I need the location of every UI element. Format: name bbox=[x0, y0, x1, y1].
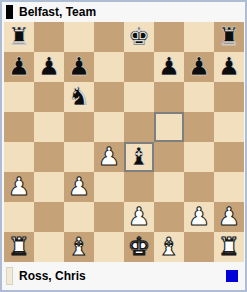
square-c1[interactable]: ♝ bbox=[64, 232, 94, 262]
square-g8[interactable] bbox=[184, 22, 214, 52]
top-player-name: Belfast, Team bbox=[19, 5, 96, 19]
square-a2[interactable] bbox=[4, 202, 34, 232]
white-pawn-e2[interactable]: ♟ bbox=[128, 202, 150, 232]
square-h4[interactable] bbox=[214, 142, 244, 172]
chess-game-window: Belfast, Team ♜♚♜♟♟♟♟♟♟♞♟♝♟♟♟♟♟♜♝♚♝♜ Ros… bbox=[0, 0, 247, 292]
black-pawn-c7[interactable]: ♟ bbox=[68, 52, 90, 82]
black-pawn-b7[interactable]: ♟ bbox=[38, 52, 60, 82]
square-f2[interactable] bbox=[154, 202, 184, 232]
square-c8[interactable] bbox=[64, 22, 94, 52]
black-pawn-g7[interactable]: ♟ bbox=[188, 52, 210, 82]
square-e6[interactable] bbox=[124, 82, 154, 112]
square-a6[interactable] bbox=[4, 82, 34, 112]
square-g5[interactable] bbox=[184, 112, 214, 142]
white-pawn-g2[interactable]: ♟ bbox=[188, 202, 210, 232]
white-bishop-c1[interactable]: ♝ bbox=[68, 232, 90, 262]
to-move-indicator bbox=[226, 270, 238, 282]
white-rook-a1[interactable]: ♜ bbox=[8, 232, 30, 262]
square-e5[interactable] bbox=[124, 112, 154, 142]
square-a3[interactable]: ♟ bbox=[4, 172, 34, 202]
white-bishop-f1[interactable]: ♝ bbox=[158, 232, 180, 262]
square-f5[interactable] bbox=[154, 112, 184, 142]
square-e7[interactable] bbox=[124, 52, 154, 82]
white-rook-h1[interactable]: ♜ bbox=[218, 232, 240, 262]
white-pawn-h2[interactable]: ♟ bbox=[218, 202, 240, 232]
white-color-chip bbox=[6, 267, 13, 285]
square-h3[interactable] bbox=[214, 172, 244, 202]
square-h5[interactable] bbox=[214, 112, 244, 142]
square-c5[interactable] bbox=[64, 112, 94, 142]
square-h7[interactable]: ♟ bbox=[214, 52, 244, 82]
square-a5[interactable] bbox=[4, 112, 34, 142]
white-pawn-d4[interactable]: ♟ bbox=[98, 142, 120, 172]
square-e1[interactable]: ♚ bbox=[124, 232, 154, 262]
square-b6[interactable] bbox=[34, 82, 64, 112]
black-rook-h8[interactable]: ♜ bbox=[218, 22, 240, 52]
square-b3[interactable] bbox=[34, 172, 64, 202]
square-g3[interactable] bbox=[184, 172, 214, 202]
bottom-player-bar: Ross, Chris bbox=[2, 262, 245, 290]
square-a1[interactable]: ♜ bbox=[4, 232, 34, 262]
square-h2[interactable]: ♟ bbox=[214, 202, 244, 232]
bottom-player-name: Ross, Chris bbox=[19, 269, 86, 283]
square-b7[interactable]: ♟ bbox=[34, 52, 64, 82]
top-player-bar: Belfast, Team bbox=[2, 2, 245, 22]
square-f7[interactable]: ♟ bbox=[154, 52, 184, 82]
black-knight-c6[interactable]: ♞ bbox=[68, 82, 90, 112]
square-e4[interactable]: ♝ bbox=[124, 142, 154, 172]
square-h1[interactable]: ♜ bbox=[214, 232, 244, 262]
square-d7[interactable] bbox=[94, 52, 124, 82]
square-f3[interactable] bbox=[154, 172, 184, 202]
square-a7[interactable]: ♟ bbox=[4, 52, 34, 82]
square-g1[interactable] bbox=[184, 232, 214, 262]
square-a4[interactable] bbox=[4, 142, 34, 172]
square-h8[interactable]: ♜ bbox=[214, 22, 244, 52]
black-color-chip bbox=[6, 5, 13, 19]
square-e3[interactable] bbox=[124, 172, 154, 202]
square-a8[interactable]: ♜ bbox=[4, 22, 34, 52]
square-g6[interactable] bbox=[184, 82, 214, 112]
square-c2[interactable] bbox=[64, 202, 94, 232]
chess-board[interactable]: ♜♚♜♟♟♟♟♟♟♞♟♝♟♟♟♟♟♜♝♚♝♜ bbox=[4, 22, 244, 262]
square-d4[interactable]: ♟ bbox=[94, 142, 124, 172]
black-rook-a8[interactable]: ♜ bbox=[8, 22, 30, 52]
square-f1[interactable]: ♝ bbox=[154, 232, 184, 262]
square-c3[interactable]: ♟ bbox=[64, 172, 94, 202]
black-pawn-f7[interactable]: ♟ bbox=[158, 52, 180, 82]
square-b5[interactable] bbox=[34, 112, 64, 142]
square-d1[interactable] bbox=[94, 232, 124, 262]
square-c7[interactable]: ♟ bbox=[64, 52, 94, 82]
square-e8[interactable]: ♚ bbox=[124, 22, 154, 52]
square-d6[interactable] bbox=[94, 82, 124, 112]
square-b1[interactable] bbox=[34, 232, 64, 262]
square-b2[interactable] bbox=[34, 202, 64, 232]
square-d2[interactable] bbox=[94, 202, 124, 232]
square-b4[interactable] bbox=[34, 142, 64, 172]
square-g2[interactable]: ♟ bbox=[184, 202, 214, 232]
black-bishop-e4[interactable]: ♝ bbox=[128, 142, 150, 172]
white-pawn-c3[interactable]: ♟ bbox=[68, 172, 90, 202]
black-pawn-a7[interactable]: ♟ bbox=[8, 52, 30, 82]
square-d8[interactable] bbox=[94, 22, 124, 52]
square-e2[interactable]: ♟ bbox=[124, 202, 154, 232]
square-f6[interactable] bbox=[154, 82, 184, 112]
square-d5[interactable] bbox=[94, 112, 124, 142]
square-f4[interactable] bbox=[154, 142, 184, 172]
square-h6[interactable] bbox=[214, 82, 244, 112]
black-pawn-h7[interactable]: ♟ bbox=[218, 52, 240, 82]
black-king-e8[interactable]: ♚ bbox=[128, 22, 150, 52]
square-c6[interactable]: ♞ bbox=[64, 82, 94, 112]
square-c4[interactable] bbox=[64, 142, 94, 172]
white-king-e1[interactable]: ♚ bbox=[128, 232, 150, 262]
white-pawn-a3[interactable]: ♟ bbox=[8, 172, 30, 202]
square-d3[interactable] bbox=[94, 172, 124, 202]
square-g7[interactable]: ♟ bbox=[184, 52, 214, 82]
square-f8[interactable] bbox=[154, 22, 184, 52]
square-g4[interactable] bbox=[184, 142, 214, 172]
square-b8[interactable] bbox=[34, 22, 64, 52]
